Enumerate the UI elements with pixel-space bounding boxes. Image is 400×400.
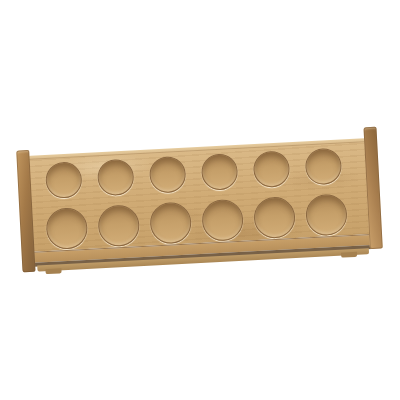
pit-r1c4[interactable] — [252, 196, 295, 239]
pit-r0c0[interactable] — [45, 161, 83, 199]
foot-right — [341, 252, 357, 258]
pit-r1c1[interactable] — [97, 204, 140, 247]
photo-background — [0, 0, 400, 400]
pit-r0c2[interactable] — [149, 156, 187, 194]
pit-r1c0[interactable] — [45, 206, 88, 249]
pit-r0c4[interactable] — [253, 150, 291, 188]
pit-r1c5[interactable] — [304, 193, 347, 236]
pit-r1c2[interactable] — [149, 201, 192, 244]
pit-r0c1[interactable] — [97, 158, 135, 196]
pit-r0c3[interactable] — [201, 153, 239, 191]
pit-r1c3[interactable] — [201, 198, 244, 241]
mancala-board — [17, 122, 384, 281]
foot-left — [45, 268, 61, 274]
pit-r0c5[interactable] — [305, 148, 343, 186]
